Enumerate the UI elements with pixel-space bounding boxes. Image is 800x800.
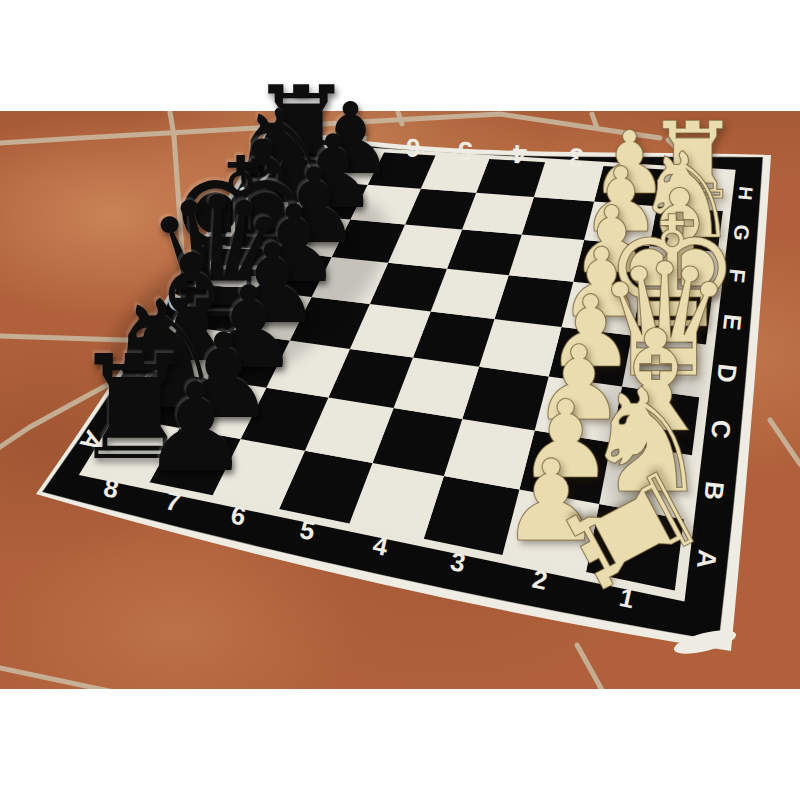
pieces-layer: ♜♟♟♜♞♟♟♞♝♟♟♚♝♟♛♟♟♚♝♟♟♛♞♟♟♝♜♟♟♞♟♜ [0,0,800,800]
piece-black-pawn: ♟ [141,368,250,490]
